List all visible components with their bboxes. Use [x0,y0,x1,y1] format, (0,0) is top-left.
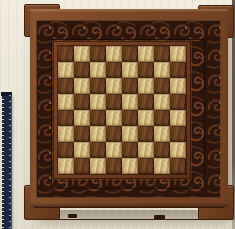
box-side-edge [34,207,224,220]
board-top-face [30,9,228,207]
board-square-r1c5 [138,62,154,78]
board-square-r2c7 [170,78,186,94]
board-square-r1c2 [90,62,106,78]
board-square-r4c3 [106,110,122,126]
board-square-r7c7 [170,158,186,174]
board-square-r4c6 [154,110,170,126]
board-square-r6c4 [122,142,138,158]
board-square-r5c6 [154,126,170,142]
board-square-r1c0 [58,62,74,78]
board-square-r0c5 [138,46,154,62]
board-square-r4c7 [170,110,186,126]
board-square-r7c0 [58,158,74,174]
board-square-r3c0 [58,94,74,110]
board-square-r3c6 [154,94,170,110]
board-square-r7c6 [154,158,170,174]
board-square-r2c5 [138,78,154,94]
board-square-r0c1 [74,46,90,62]
photo-canvas [0,0,235,229]
chess-board-box [24,4,232,218]
board-square-r4c1 [74,110,90,126]
board-square-r2c1 [74,78,90,94]
board-square-r6c3 [106,142,122,158]
board-square-r7c4 [122,158,138,174]
board-square-r2c0 [58,78,74,94]
board-square-r0c7 [170,46,186,62]
board-square-r5c1 [74,126,90,142]
board-square-r2c3 [106,78,122,94]
board-square-r6c6 [154,142,170,158]
board-square-r4c2 [90,110,106,126]
board-square-r6c0 [58,142,74,158]
board-square-r3c3 [106,94,122,110]
board-square-r2c4 [122,78,138,94]
board-square-r4c5 [138,110,154,126]
board-square-r2c2 [90,78,106,94]
board-square-r1c4 [122,62,138,78]
board-square-r1c7 [170,62,186,78]
board-square-r0c3 [106,46,122,62]
board-square-r1c6 [154,62,170,78]
board-square-r0c6 [154,46,170,62]
checkerboard [58,46,186,174]
board-square-r5c0 [58,126,74,142]
board-square-r7c5 [138,158,154,174]
board-square-r6c7 [170,142,186,158]
board-square-r3c1 [74,94,90,110]
board-square-r5c3 [106,126,122,142]
ruler [2,95,12,229]
board-square-r4c4 [122,110,138,126]
board-square-r4c0 [58,110,74,126]
board-square-r5c2 [90,126,106,142]
board-square-r5c7 [170,126,186,142]
board-square-r3c7 [170,94,186,110]
board-square-r6c2 [90,142,106,158]
board-square-r7c1 [74,158,90,174]
inner-field-margin [53,41,191,179]
board-square-r6c1 [74,142,90,158]
board-square-r7c3 [106,158,122,174]
board-square-r1c1 [74,62,90,78]
board-square-r1c3 [106,62,122,78]
ruler-end-cap [1,92,12,96]
board-square-r6c5 [138,142,154,158]
board-square-r2c6 [154,78,170,94]
board-square-r7c2 [90,158,106,174]
board-square-r0c0 [58,46,74,62]
board-square-r5c5 [138,126,154,142]
latch-icon [68,214,77,218]
latch-icon [154,215,165,220]
board-square-r3c2 [90,94,106,110]
board-square-r3c4 [122,94,138,110]
board-square-r0c2 [90,46,106,62]
board-square-r5c4 [122,126,138,142]
board-square-r0c4 [122,46,138,62]
board-square-r3c5 [138,94,154,110]
